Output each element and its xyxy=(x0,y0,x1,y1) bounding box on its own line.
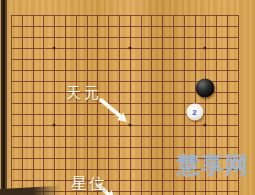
star-point xyxy=(128,46,131,49)
star-point xyxy=(53,46,56,49)
star-point xyxy=(204,123,207,126)
star-point xyxy=(53,123,56,126)
star-point xyxy=(204,46,207,49)
tengen-label: 天元 xyxy=(66,86,102,101)
black-stone[interactable] xyxy=(196,79,215,98)
star-point-label: 星位 xyxy=(71,176,107,192)
board-left-edge xyxy=(0,0,7,195)
white-stone-2[interactable]: 2 xyxy=(186,104,203,121)
stone-number: 2 xyxy=(192,108,196,116)
star-point xyxy=(128,123,131,126)
watermark: 慧享网 xyxy=(177,154,249,177)
go-board-diagram: 2 天元 星位 慧享网 xyxy=(0,0,255,195)
